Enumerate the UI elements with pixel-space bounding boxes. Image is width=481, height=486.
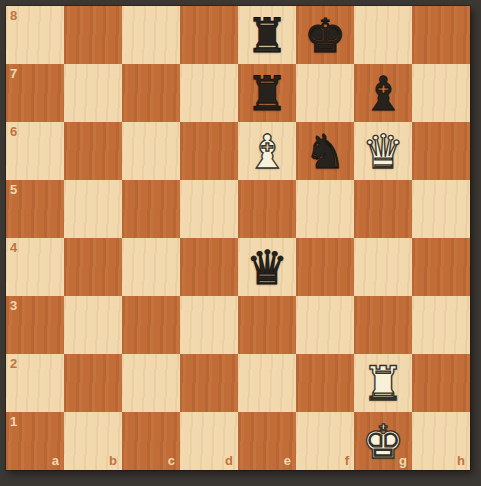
square-d7[interactable] — [180, 64, 238, 122]
black-king-f8[interactable]: ♚ — [296, 6, 354, 64]
white-bishop-e6[interactable]: ♝ — [238, 122, 296, 180]
square-e3[interactable] — [238, 296, 296, 354]
rank-label-7: 7 — [10, 67, 17, 80]
square-h7[interactable] — [412, 64, 470, 122]
file-label-a: a — [52, 454, 59, 467]
rank-label-5: 5 — [10, 183, 17, 196]
white-queen-g6[interactable]: ♛ — [354, 122, 412, 180]
square-a3[interactable]: 3 — [6, 296, 64, 354]
square-b8[interactable] — [64, 6, 122, 64]
rank-label-8: 8 — [10, 9, 17, 22]
chessboard: 8♜♚7♜♝6♝♞♛54♛32♜1abcdefg♚h — [6, 6, 470, 470]
square-h2[interactable] — [412, 354, 470, 412]
square-c4[interactable] — [122, 238, 180, 296]
square-c6[interactable] — [122, 122, 180, 180]
file-label-c: c — [168, 454, 175, 467]
file-label-h: h — [457, 454, 465, 467]
square-g4[interactable] — [354, 238, 412, 296]
square-c2[interactable] — [122, 354, 180, 412]
square-h8[interactable] — [412, 6, 470, 64]
chessboard-frame: 8♜♚7♜♝6♝♞♛54♛32♜1abcdefg♚h — [0, 0, 481, 486]
square-c1[interactable]: c — [122, 412, 180, 470]
square-h3[interactable] — [412, 296, 470, 354]
square-h1[interactable]: h — [412, 412, 470, 470]
square-d1[interactable]: d — [180, 412, 238, 470]
square-h4[interactable] — [412, 238, 470, 296]
square-d4[interactable] — [180, 238, 238, 296]
square-b1[interactable]: b — [64, 412, 122, 470]
square-d8[interactable] — [180, 6, 238, 64]
square-g8[interactable] — [354, 6, 412, 64]
square-h5[interactable] — [412, 180, 470, 238]
file-label-f: f — [345, 454, 349, 467]
square-f6[interactable]: ♞ — [296, 122, 354, 180]
square-f2[interactable] — [296, 354, 354, 412]
square-g6[interactable]: ♛ — [354, 122, 412, 180]
square-a1[interactable]: 1a — [6, 412, 64, 470]
square-d6[interactable] — [180, 122, 238, 180]
black-bishop-g7[interactable]: ♝ — [354, 64, 412, 122]
rank-label-1: 1 — [10, 415, 17, 428]
white-rook-g2[interactable]: ♜ — [354, 354, 412, 412]
square-d2[interactable] — [180, 354, 238, 412]
square-c8[interactable] — [122, 6, 180, 64]
square-f1[interactable]: f — [296, 412, 354, 470]
black-knight-f6[interactable]: ♞ — [296, 122, 354, 180]
square-a6[interactable]: 6 — [6, 122, 64, 180]
white-king-g1[interactable]: ♚ — [354, 412, 412, 470]
file-label-e: e — [284, 454, 291, 467]
square-f4[interactable] — [296, 238, 354, 296]
square-b5[interactable] — [64, 180, 122, 238]
square-b6[interactable] — [64, 122, 122, 180]
square-c5[interactable] — [122, 180, 180, 238]
rank-label-4: 4 — [10, 241, 17, 254]
square-e4[interactable]: ♛ — [238, 238, 296, 296]
square-f5[interactable] — [296, 180, 354, 238]
file-label-d: d — [225, 454, 233, 467]
square-e1[interactable]: e — [238, 412, 296, 470]
square-g1[interactable]: g♚ — [354, 412, 412, 470]
square-b4[interactable] — [64, 238, 122, 296]
square-g3[interactable] — [354, 296, 412, 354]
square-c7[interactable] — [122, 64, 180, 122]
square-a2[interactable]: 2 — [6, 354, 64, 412]
square-e7[interactable]: ♜ — [238, 64, 296, 122]
black-rook-e8[interactable]: ♜ — [238, 6, 296, 64]
square-d3[interactable] — [180, 296, 238, 354]
square-b7[interactable] — [64, 64, 122, 122]
square-b3[interactable] — [64, 296, 122, 354]
rank-label-6: 6 — [10, 125, 17, 138]
square-e2[interactable] — [238, 354, 296, 412]
square-g7[interactable]: ♝ — [354, 64, 412, 122]
rank-label-2: 2 — [10, 357, 17, 370]
square-f7[interactable] — [296, 64, 354, 122]
square-e8[interactable]: ♜ — [238, 6, 296, 64]
black-rook-e7[interactable]: ♜ — [238, 64, 296, 122]
square-d5[interactable] — [180, 180, 238, 238]
square-b2[interactable] — [64, 354, 122, 412]
square-f8[interactable]: ♚ — [296, 6, 354, 64]
square-a8[interactable]: 8 — [6, 6, 64, 64]
square-c3[interactable] — [122, 296, 180, 354]
square-e5[interactable] — [238, 180, 296, 238]
square-a5[interactable]: 5 — [6, 180, 64, 238]
square-e6[interactable]: ♝ — [238, 122, 296, 180]
square-a4[interactable]: 4 — [6, 238, 64, 296]
square-f3[interactable] — [296, 296, 354, 354]
square-a7[interactable]: 7 — [6, 64, 64, 122]
file-label-b: b — [109, 454, 117, 467]
square-h6[interactable] — [412, 122, 470, 180]
square-g5[interactable] — [354, 180, 412, 238]
black-queen-e4[interactable]: ♛ — [238, 238, 296, 296]
rank-label-3: 3 — [10, 299, 17, 312]
square-g2[interactable]: ♜ — [354, 354, 412, 412]
